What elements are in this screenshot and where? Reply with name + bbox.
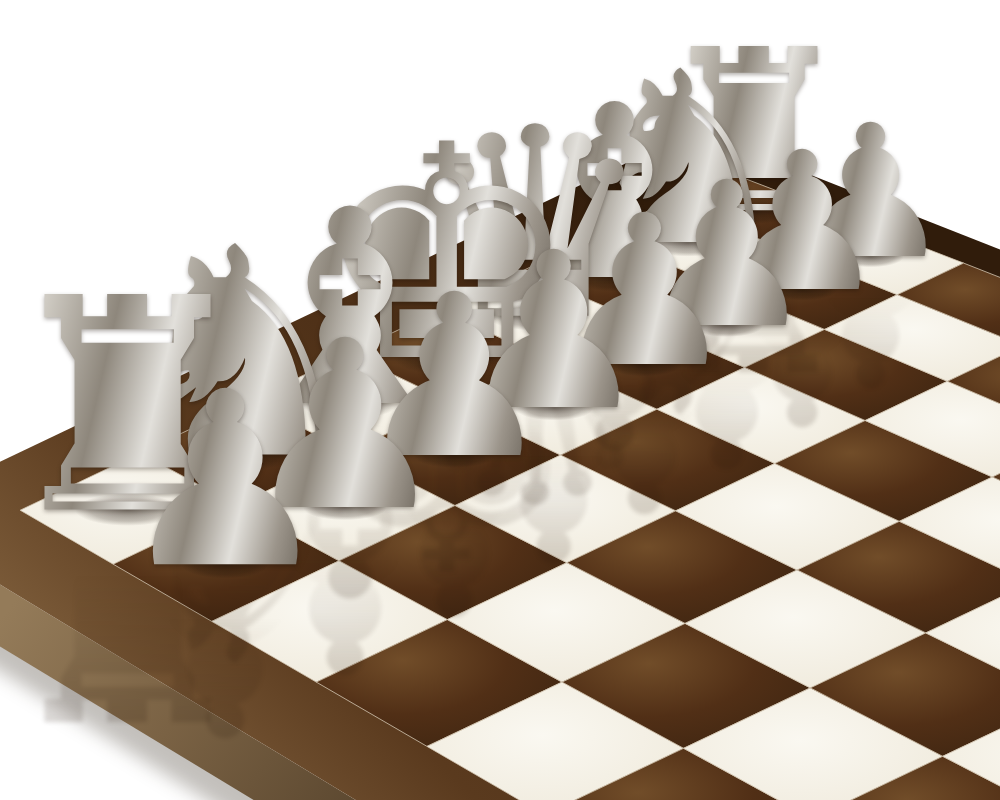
- chess-set-photo: ♜♞♟♝♟♛♟♚♟♝♟♞♟♟♜♟ ♜♞♟♝♟♛♟♚♟♝♟♞♟♟♜♟: [0, 0, 1000, 800]
- chess-board: [0, 0, 1000, 800]
